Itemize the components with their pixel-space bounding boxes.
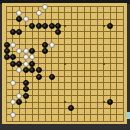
black-stone[interactable] <box>36 23 42 29</box>
black-stone[interactable] <box>42 48 48 54</box>
black-stone[interactable] <box>55 23 61 29</box>
star-point <box>25 25 27 27</box>
white-stone[interactable] <box>49 42 55 48</box>
go-board[interactable] <box>2 3 127 124</box>
black-stone[interactable] <box>16 29 22 35</box>
white-stone[interactable] <box>10 99 16 105</box>
grid-line-horizontal <box>6 76 124 77</box>
black-stone[interactable] <box>107 23 113 29</box>
star-point <box>64 101 66 103</box>
black-stone[interactable] <box>23 86 29 92</box>
star-point <box>64 25 66 27</box>
star-point <box>103 101 105 103</box>
grid-line-horizontal <box>6 108 124 109</box>
black-stone[interactable] <box>10 54 16 60</box>
black-stone[interactable] <box>4 54 10 60</box>
black-stone[interactable] <box>42 23 48 29</box>
star-point <box>103 25 105 27</box>
black-stone[interactable] <box>55 29 61 35</box>
edge-widget <box>127 112 130 119</box>
grid-line-vertical <box>97 6 98 122</box>
star-point <box>25 101 27 103</box>
black-stone[interactable] <box>29 48 35 54</box>
grid-line-vertical <box>116 6 117 122</box>
black-stone[interactable] <box>29 61 35 67</box>
white-stone[interactable] <box>42 4 48 10</box>
black-stone[interactable] <box>10 61 16 67</box>
black-stone[interactable] <box>49 23 55 29</box>
grid-line-vertical <box>90 6 91 122</box>
white-stone[interactable] <box>29 54 35 60</box>
go-board-screenshot <box>0 0 130 130</box>
black-stone[interactable] <box>107 99 113 105</box>
white-stone[interactable] <box>16 93 22 99</box>
grid-line-horizontal <box>6 121 124 122</box>
black-stone[interactable] <box>29 67 35 73</box>
white-stone[interactable] <box>16 67 22 73</box>
white-stone[interactable] <box>23 16 29 22</box>
black-stone[interactable] <box>23 80 29 86</box>
black-stone[interactable] <box>4 48 10 54</box>
white-stone[interactable] <box>36 10 42 16</box>
white-stone[interactable] <box>23 54 29 60</box>
white-stone[interactable] <box>10 112 16 118</box>
black-stone[interactable] <box>23 67 29 73</box>
star-point <box>64 63 66 65</box>
black-stone[interactable] <box>23 93 29 99</box>
grid-line-vertical <box>123 6 124 122</box>
white-stone[interactable] <box>16 10 22 16</box>
white-stone[interactable] <box>10 42 16 48</box>
white-stone[interactable] <box>23 61 29 67</box>
black-stone[interactable] <box>49 74 55 80</box>
grid-line-horizontal <box>6 114 124 115</box>
black-stone[interactable] <box>16 99 22 105</box>
white-stone[interactable] <box>10 80 16 86</box>
grid-line-vertical <box>77 6 78 122</box>
black-stone[interactable] <box>16 16 22 22</box>
black-stone[interactable] <box>36 74 42 80</box>
grid-line-vertical <box>84 6 85 122</box>
black-stone[interactable] <box>36 67 42 73</box>
black-stone[interactable] <box>42 42 48 48</box>
board-frame <box>0 0 130 130</box>
black-stone[interactable] <box>4 42 10 48</box>
black-stone[interactable] <box>68 105 74 111</box>
black-stone[interactable] <box>29 23 35 29</box>
star-point <box>103 63 105 65</box>
white-stone[interactable] <box>16 48 22 54</box>
black-stone[interactable] <box>16 61 22 67</box>
black-stone[interactable] <box>10 29 16 35</box>
white-stone[interactable] <box>23 48 29 54</box>
grid-line-vertical <box>71 6 72 122</box>
